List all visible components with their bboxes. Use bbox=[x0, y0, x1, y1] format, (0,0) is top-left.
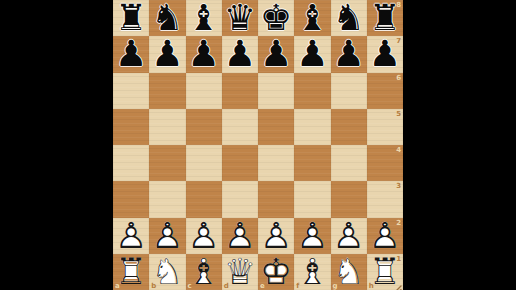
square-a5[interactable] bbox=[113, 109, 149, 145]
square-e4[interactable] bbox=[258, 145, 294, 181]
square-f3[interactable] bbox=[294, 181, 330, 217]
square-b1[interactable]: ♞♘b bbox=[149, 254, 185, 290]
white-pawn[interactable]: ♟♙ bbox=[331, 218, 367, 254]
black-rook[interactable]: ♜ bbox=[367, 0, 403, 36]
square-f6[interactable] bbox=[294, 73, 330, 109]
white-knight[interactable]: ♞♘ bbox=[149, 254, 185, 290]
white-rook[interactable]: ♜♖ bbox=[113, 254, 149, 290]
board-resize-handle[interactable] bbox=[392, 279, 402, 289]
square-f5[interactable] bbox=[294, 109, 330, 145]
black-knight[interactable]: ♞ bbox=[331, 0, 367, 36]
black-pawn[interactable]: ♟ bbox=[367, 36, 403, 72]
square-c4[interactable] bbox=[186, 145, 222, 181]
rank-label-5: 5 bbox=[396, 110, 401, 118]
square-g4[interactable] bbox=[331, 145, 367, 181]
square-g2[interactable]: ♟♙ bbox=[331, 218, 367, 254]
square-e7[interactable]: ♟ bbox=[258, 36, 294, 72]
square-h2[interactable]: ♟♙2 bbox=[367, 218, 403, 254]
square-c5[interactable] bbox=[186, 109, 222, 145]
square-b8[interactable]: ♞ bbox=[149, 0, 185, 36]
black-knight[interactable]: ♞ bbox=[149, 0, 185, 36]
square-h7[interactable]: ♟7 bbox=[367, 36, 403, 72]
white-pawn[interactable]: ♟♙ bbox=[149, 218, 185, 254]
rank-label-6: 6 bbox=[396, 74, 401, 82]
white-pawn[interactable]: ♟♙ bbox=[186, 218, 222, 254]
square-g5[interactable] bbox=[331, 109, 367, 145]
white-pawn[interactable]: ♟♙ bbox=[258, 218, 294, 254]
square-a6[interactable] bbox=[113, 73, 149, 109]
white-knight[interactable]: ♞♘ bbox=[331, 254, 367, 290]
white-bishop[interactable]: ♝♗ bbox=[186, 254, 222, 290]
square-a2[interactable]: ♟♙ bbox=[113, 218, 149, 254]
square-e6[interactable] bbox=[258, 73, 294, 109]
square-d6[interactable] bbox=[222, 73, 258, 109]
white-king[interactable]: ♚♔ bbox=[258, 254, 294, 290]
black-pawn[interactable]: ♟ bbox=[222, 36, 258, 72]
square-h3[interactable]: 3 bbox=[367, 181, 403, 217]
square-b4[interactable] bbox=[149, 145, 185, 181]
chess-app-stage: ♜♞♝♛♚♝♞♜8♟♟♟♟♟♟♟♟76543♟♙♟♙♟♙♟♙♟♙♟♙♟♙♟♙2♜… bbox=[0, 0, 516, 290]
square-h4[interactable]: 4 bbox=[367, 145, 403, 181]
square-a7[interactable]: ♟ bbox=[113, 36, 149, 72]
square-f1[interactable]: ♝♗f bbox=[294, 254, 330, 290]
square-a1[interactable]: ♜♖a bbox=[113, 254, 149, 290]
square-g8[interactable]: ♞ bbox=[331, 0, 367, 36]
square-e8[interactable]: ♚ bbox=[258, 0, 294, 36]
square-h8[interactable]: ♜8 bbox=[367, 0, 403, 36]
square-c2[interactable]: ♟♙ bbox=[186, 218, 222, 254]
black-bishop[interactable]: ♝ bbox=[294, 0, 330, 36]
white-pawn[interactable]: ♟♙ bbox=[222, 218, 258, 254]
square-a3[interactable] bbox=[113, 181, 149, 217]
square-h5[interactable]: 5 bbox=[367, 109, 403, 145]
square-g1[interactable]: ♞♘g bbox=[331, 254, 367, 290]
square-f7[interactable]: ♟ bbox=[294, 36, 330, 72]
black-queen[interactable]: ♛ bbox=[222, 0, 258, 36]
square-d7[interactable]: ♟ bbox=[222, 36, 258, 72]
square-f4[interactable] bbox=[294, 145, 330, 181]
square-d5[interactable] bbox=[222, 109, 258, 145]
square-c7[interactable]: ♟ bbox=[186, 36, 222, 72]
square-e3[interactable] bbox=[258, 181, 294, 217]
square-f8[interactable]: ♝ bbox=[294, 0, 330, 36]
square-a4[interactable] bbox=[113, 145, 149, 181]
black-pawn[interactable]: ♟ bbox=[186, 36, 222, 72]
square-e2[interactable]: ♟♙ bbox=[258, 218, 294, 254]
square-h6[interactable]: 6 bbox=[367, 73, 403, 109]
white-pawn[interactable]: ♟♙ bbox=[294, 218, 330, 254]
square-b7[interactable]: ♟ bbox=[149, 36, 185, 72]
square-c3[interactable] bbox=[186, 181, 222, 217]
black-pawn[interactable]: ♟ bbox=[149, 36, 185, 72]
square-d2[interactable]: ♟♙ bbox=[222, 218, 258, 254]
square-a8[interactable]: ♜ bbox=[113, 0, 149, 36]
square-d8[interactable]: ♛ bbox=[222, 0, 258, 36]
black-king[interactable]: ♚ bbox=[258, 0, 294, 36]
black-bishop[interactable]: ♝ bbox=[186, 0, 222, 36]
black-pawn[interactable]: ♟ bbox=[258, 36, 294, 72]
square-b6[interactable] bbox=[149, 73, 185, 109]
square-b5[interactable] bbox=[149, 109, 185, 145]
white-queen[interactable]: ♛♕ bbox=[222, 254, 258, 290]
white-pawn[interactable]: ♟♙ bbox=[367, 218, 403, 254]
square-d3[interactable] bbox=[222, 181, 258, 217]
black-rook[interactable]: ♜ bbox=[113, 0, 149, 36]
square-b2[interactable]: ♟♙ bbox=[149, 218, 185, 254]
rank-label-3: 3 bbox=[396, 182, 401, 190]
rank-label-4: 4 bbox=[396, 146, 401, 154]
square-c6[interactable] bbox=[186, 73, 222, 109]
square-g3[interactable] bbox=[331, 181, 367, 217]
square-b3[interactable] bbox=[149, 181, 185, 217]
white-pawn[interactable]: ♟♙ bbox=[113, 218, 149, 254]
square-e1[interactable]: ♚♔e bbox=[258, 254, 294, 290]
black-pawn[interactable]: ♟ bbox=[294, 36, 330, 72]
square-g7[interactable]: ♟ bbox=[331, 36, 367, 72]
square-e5[interactable] bbox=[258, 109, 294, 145]
square-d4[interactable] bbox=[222, 145, 258, 181]
black-pawn[interactable]: ♟ bbox=[331, 36, 367, 72]
square-c1[interactable]: ♝♗c bbox=[186, 254, 222, 290]
square-g6[interactable] bbox=[331, 73, 367, 109]
black-pawn[interactable]: ♟ bbox=[113, 36, 149, 72]
square-f2[interactable]: ♟♙ bbox=[294, 218, 330, 254]
white-bishop[interactable]: ♝♗ bbox=[294, 254, 330, 290]
board: ♜♞♝♛♚♝♞♜8♟♟♟♟♟♟♟♟76543♟♙♟♙♟♙♟♙♟♙♟♙♟♙♟♙2♜… bbox=[113, 0, 403, 290]
square-c8[interactable]: ♝ bbox=[186, 0, 222, 36]
square-h1[interactable]: ♜♖1h bbox=[367, 254, 403, 290]
square-d1[interactable]: ♛♕d bbox=[222, 254, 258, 290]
